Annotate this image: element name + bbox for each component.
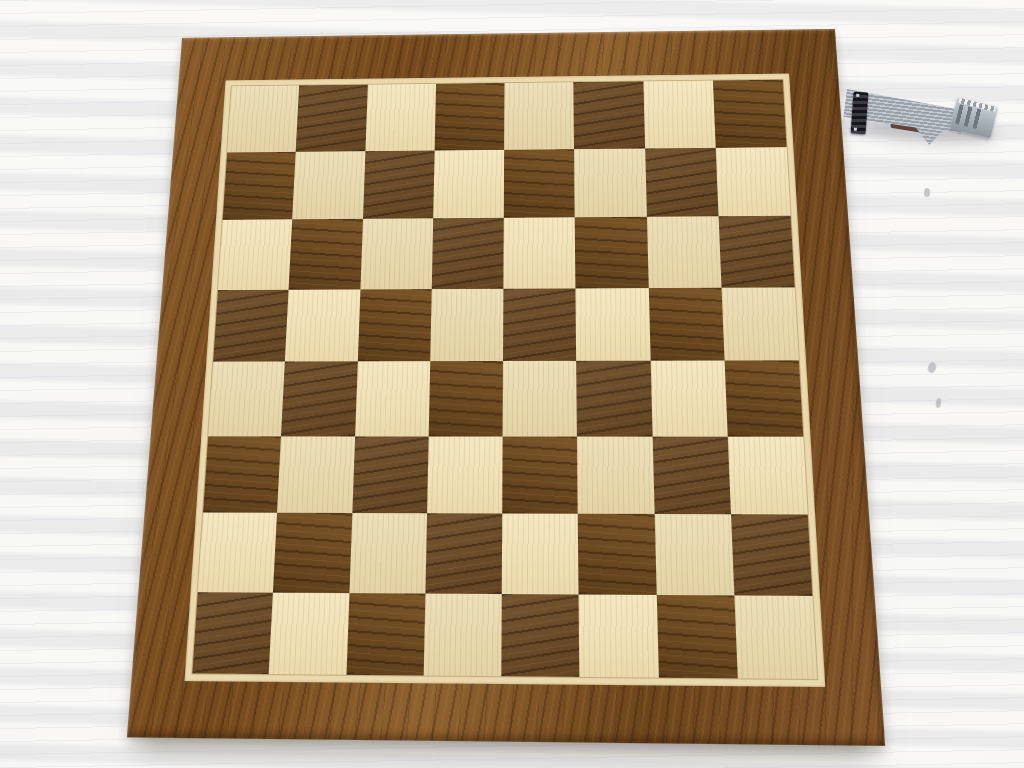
- square-b4[interactable]: [281, 361, 357, 436]
- square-d6[interactable]: [431, 218, 503, 289]
- square-b7[interactable]: [292, 151, 365, 220]
- square-a8[interactable]: [227, 85, 299, 152]
- chess-board: [127, 29, 885, 746]
- square-d4[interactable]: [428, 361, 503, 436]
- square-d7[interactable]: [433, 149, 504, 218]
- square-h8[interactable]: [713, 80, 787, 148]
- square-e1[interactable]: [501, 593, 579, 676]
- square-h4[interactable]: [724, 360, 803, 436]
- square-c6[interactable]: [360, 218, 433, 289]
- square-g7[interactable]: [645, 147, 719, 216]
- square-f3[interactable]: [577, 436, 654, 514]
- square-e8[interactable]: [504, 82, 574, 149]
- square-c4[interactable]: [355, 361, 430, 436]
- square-e3[interactable]: [502, 436, 578, 514]
- table-knot: [924, 188, 930, 197]
- connector-slots: [955, 104, 983, 129]
- square-g8[interactable]: [643, 81, 716, 149]
- square-f5[interactable]: [576, 288, 651, 361]
- square-a7[interactable]: [223, 151, 296, 219]
- square-c1[interactable]: [346, 593, 425, 676]
- square-e6[interactable]: [503, 217, 575, 288]
- square-d8[interactable]: [434, 83, 504, 150]
- square-f7[interactable]: [574, 148, 646, 217]
- square-b3[interactable]: [277, 436, 354, 513]
- square-g6[interactable]: [646, 216, 721, 287]
- cable-clip: [851, 92, 869, 135]
- square-g2[interactable]: [654, 514, 734, 595]
- square-h5[interactable]: [721, 287, 799, 361]
- square-a5[interactable]: [213, 289, 289, 361]
- square-a3[interactable]: [203, 436, 281, 513]
- square-f4[interactable]: [576, 361, 652, 436]
- board-field: [191, 79, 818, 680]
- square-c3[interactable]: [352, 436, 429, 513]
- square-c7[interactable]: [363, 150, 435, 219]
- square-e7[interactable]: [504, 149, 575, 218]
- square-a6[interactable]: [218, 219, 292, 289]
- square-b5[interactable]: [285, 289, 360, 362]
- square-d2[interactable]: [425, 513, 502, 593]
- square-e4[interactable]: [503, 361, 578, 436]
- square-a4[interactable]: [208, 361, 285, 435]
- square-e2[interactable]: [502, 513, 579, 593]
- square-d1[interactable]: [423, 593, 501, 676]
- square-c2[interactable]: [349, 513, 427, 593]
- square-b8[interactable]: [296, 85, 367, 152]
- square-f2[interactable]: [578, 514, 656, 595]
- square-f6[interactable]: [575, 217, 648, 288]
- square-h2[interactable]: [731, 514, 813, 595]
- square-g5[interactable]: [648, 287, 724, 360]
- square-d5[interactable]: [430, 288, 503, 361]
- square-c5[interactable]: [357, 289, 431, 362]
- table-knot: [927, 361, 937, 374]
- square-b2[interactable]: [273, 513, 352, 593]
- square-e5[interactable]: [503, 288, 576, 361]
- square-g4[interactable]: [650, 361, 727, 437]
- square-h7[interactable]: [715, 147, 790, 217]
- square-f8[interactable]: [574, 81, 645, 148]
- square-a1[interactable]: [192, 592, 273, 674]
- square-h1[interactable]: [734, 595, 817, 679]
- square-c8[interactable]: [365, 84, 436, 151]
- square-d3[interactable]: [427, 436, 503, 513]
- square-g3[interactable]: [652, 436, 731, 514]
- square-f1[interactable]: [579, 594, 659, 678]
- square-b6[interactable]: [289, 219, 363, 289]
- square-g1[interactable]: [656, 594, 737, 678]
- square-a2[interactable]: [198, 513, 277, 593]
- square-h6[interactable]: [718, 216, 794, 288]
- square-b1[interactable]: [269, 592, 349, 675]
- square-h3[interactable]: [727, 436, 807, 514]
- table-knot: [935, 398, 941, 409]
